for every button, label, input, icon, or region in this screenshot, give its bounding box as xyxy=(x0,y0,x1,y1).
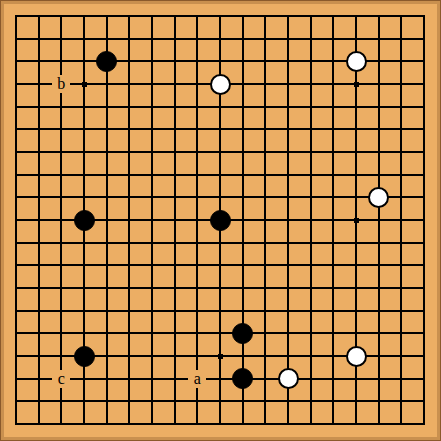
grid-line-vertical xyxy=(423,15,425,425)
black-stone-K10 xyxy=(210,210,231,231)
grid-line-horizontal xyxy=(15,400,425,402)
black-stone-L5 xyxy=(232,323,253,344)
point-label-c: c xyxy=(52,370,70,388)
grid-line-vertical xyxy=(242,15,244,425)
white-stone-Q4 xyxy=(346,346,367,367)
white-stone-K16 xyxy=(210,74,231,95)
grid-line-horizontal xyxy=(15,242,425,244)
white-stone-Q17 xyxy=(346,51,367,72)
grid-line-vertical xyxy=(400,15,402,425)
point-label-a: a xyxy=(188,370,206,388)
grid-line-vertical xyxy=(287,15,289,425)
grid-line-horizontal xyxy=(15,264,425,266)
grid-line-vertical xyxy=(332,15,334,425)
star-point xyxy=(218,354,223,359)
star-point xyxy=(82,82,87,87)
black-stone-D4 xyxy=(74,346,95,367)
grid-line-horizontal xyxy=(15,287,425,289)
grid-line-vertical xyxy=(378,15,380,425)
black-stone-E17 xyxy=(96,51,117,72)
grid-line-horizontal xyxy=(15,378,425,380)
grid-line-horizontal xyxy=(15,310,425,312)
grid-line-vertical xyxy=(310,15,312,425)
white-stone-R11 xyxy=(368,187,389,208)
grid-line-horizontal xyxy=(15,332,425,334)
point-label-b: b xyxy=(52,75,70,93)
grid-line-horizontal xyxy=(15,423,425,425)
black-stone-D10 xyxy=(74,210,95,231)
go-board: bca xyxy=(0,0,441,441)
star-point xyxy=(354,218,359,223)
white-stone-N3 xyxy=(278,368,299,389)
grid-line-vertical xyxy=(264,15,266,425)
star-point xyxy=(354,82,359,87)
